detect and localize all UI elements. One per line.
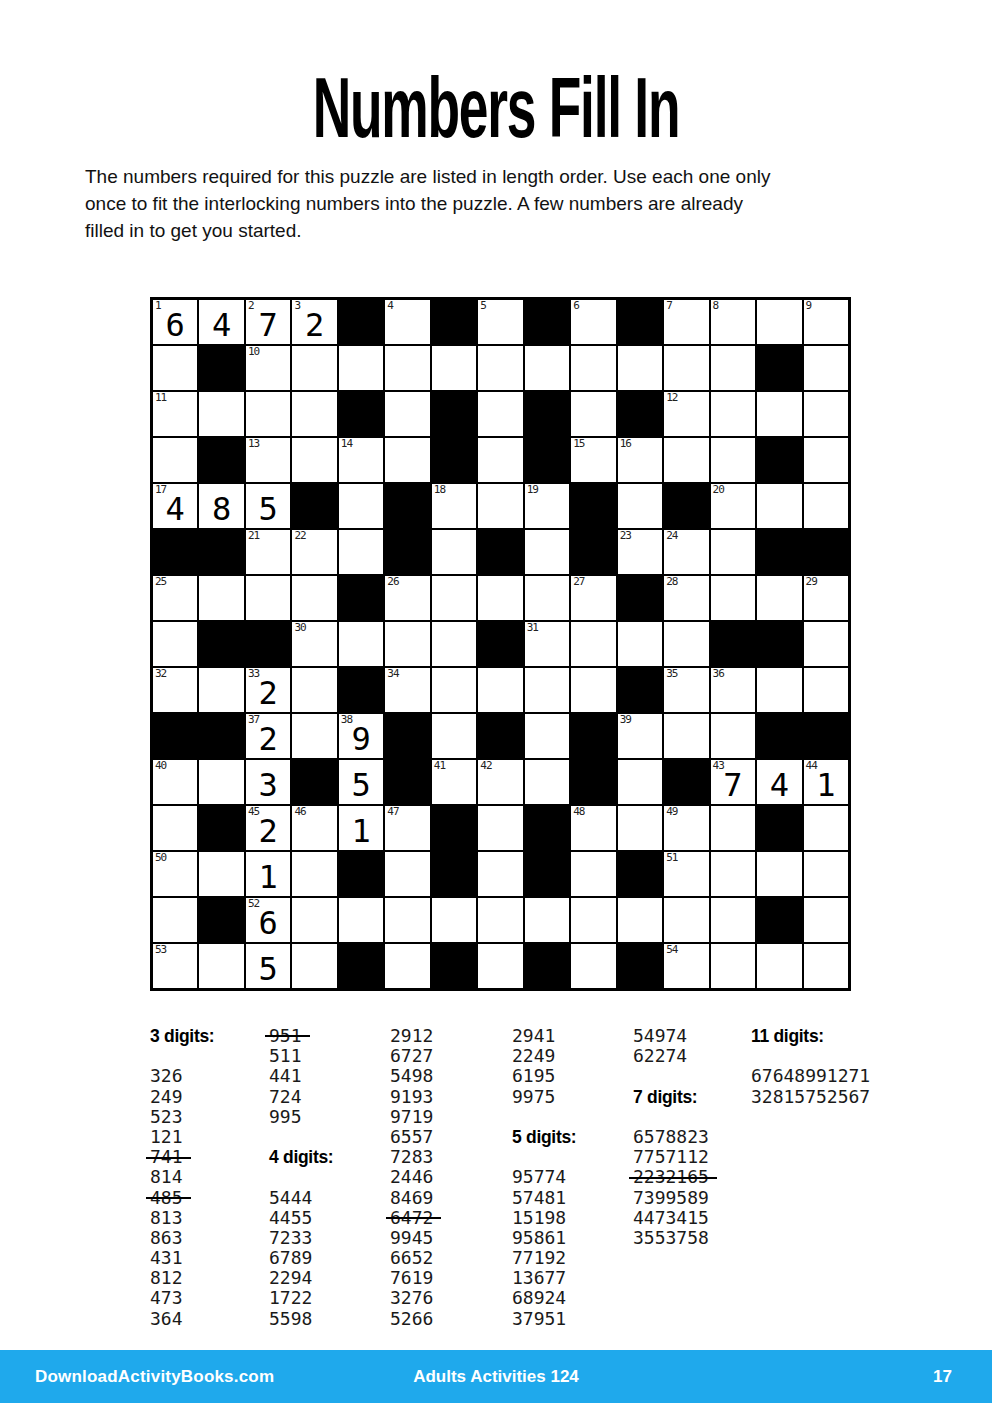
grid-cell[interactable] [571,898,615,942]
grid-cell[interactable] [153,346,197,390]
grid-cell[interactable]: 26 [385,576,429,620]
number-item: 95861 [512,1228,576,1248]
number-item: 7233 [269,1228,333,1248]
crossed-out-number: 951 [269,1026,302,1046]
blocked-cell [571,530,615,574]
grid-cell[interactable]: 35 [664,668,708,712]
list-text: 2294 [269,1268,312,1288]
grid-cell[interactable]: 20 [711,484,755,528]
grid-cell[interactable] [292,346,336,390]
blocked-cell [199,898,243,942]
grid-cell[interactable]: 50 [153,852,197,896]
list-spacer [150,1046,214,1066]
clue-number: 19 [527,484,538,496]
grid-cell[interactable]: 39 [618,714,662,758]
grid-cell[interactable]: 174 [153,484,197,528]
grid-cell[interactable] [292,392,336,436]
footer-bar: DownloadActivityBooks.com Adults Activit… [0,1350,992,1403]
blocked-cell [339,300,383,344]
grid-cell[interactable] [618,760,662,804]
grid-cell[interactable]: 332 [246,668,290,712]
grid-cell[interactable] [385,392,429,436]
grid-cell[interactable]: 29 [804,576,848,620]
list-text: 2249 [512,1046,555,1066]
crossed-out-number: 6472 [390,1208,433,1228]
grid-cell[interactable] [339,346,383,390]
grid-cell[interactable]: 1 [246,852,290,896]
grid-cell[interactable] [804,944,848,988]
grid-cell[interactable]: 14 [339,438,383,482]
blocked-cell [199,806,243,850]
list-text: 3276 [390,1288,433,1308]
blocked-cell [432,438,476,482]
grid-cell[interactable] [757,852,801,896]
grid-cell[interactable]: 441 [804,760,848,804]
blocked-cell [246,622,290,666]
number-item: 5444 [269,1188,333,1208]
grid-cell[interactable] [664,438,708,482]
grid-cell[interactable]: 48 [571,806,615,850]
grid-cell[interactable] [711,576,755,620]
grid-cell[interactable]: 6 [571,300,615,344]
grid-cell[interactable] [664,714,708,758]
grid-cell[interactable]: 21 [246,530,290,574]
grid-cell[interactable] [339,622,383,666]
grid-cell[interactable] [153,806,197,850]
grid-cell[interactable]: 19 [525,484,569,528]
grid-cell[interactable] [432,622,476,666]
grid-cell[interactable] [292,944,336,988]
grid-cell[interactable] [478,898,522,942]
blocked-cell [432,806,476,850]
grid-cell[interactable] [246,392,290,436]
list-text: 4473415 [633,1208,709,1228]
grid-cell[interactable]: 4 [385,300,429,344]
list-text: 812 [150,1268,183,1288]
grid-cell[interactable]: 15 [571,438,615,482]
grid-cell[interactable] [385,622,429,666]
list-spacer [751,1046,870,1066]
grid-cell[interactable] [664,898,708,942]
grid-cell[interactable] [571,668,615,712]
number-item: 724 [269,1087,333,1107]
list-text: 863 [150,1228,183,1248]
grid-cell[interactable]: 51 [664,852,708,896]
clue-number: 50 [155,852,166,864]
grid-cell[interactable] [339,898,383,942]
clue-number: 46 [294,806,305,818]
grid-cell[interactable]: 11 [153,392,197,436]
blocked-cell [525,852,569,896]
blocked-cell [757,530,801,574]
blocked-cell [664,760,708,804]
grid-cell[interactable]: 54 [664,944,708,988]
prefilled-digit: 5 [339,760,383,804]
grid-cell[interactable] [432,668,476,712]
clue-number: 9 [806,300,812,312]
list-spacer [512,1107,576,1127]
grid-cell[interactable] [804,668,848,712]
blocked-cell [478,622,522,666]
grid-cell[interactable] [804,898,848,942]
list-text: 95861 [512,1228,566,1248]
number-item: 8469 [390,1188,433,1208]
grid-cell[interactable] [153,622,197,666]
grid-cell[interactable] [478,806,522,850]
grid-cell[interactable]: 31 [525,622,569,666]
grid-cell[interactable] [525,530,569,574]
crossed-out-number: 2232165 [633,1167,709,1187]
grid-cell[interactable] [711,852,755,896]
list-text: 441 [269,1066,302,1086]
grid-cell[interactable] [525,760,569,804]
number-item: 863 [150,1228,214,1248]
grid-cell[interactable]: 4 [199,300,243,344]
grid-cell[interactable] [432,576,476,620]
grid-cell[interactable] [571,392,615,436]
grid-cell[interactable] [199,760,243,804]
grid-cell[interactable]: 18 [432,484,476,528]
grid-cell[interactable]: 3 [246,760,290,804]
number-item: 6578823 [633,1127,709,1147]
grid-cell[interactable] [478,484,522,528]
grid-cell[interactable]: 389 [339,714,383,758]
list-text: 67648991271 [751,1066,870,1086]
blocked-cell [339,576,383,620]
grid-cell[interactable] [292,576,336,620]
blocked-cell [292,760,336,804]
prefilled-digit: 7 [246,300,290,344]
grid-cell[interactable]: 10 [246,346,290,390]
grid-cell[interactable] [385,944,429,988]
prefilled-digit: 4 [199,300,243,344]
list-text: 511 [269,1046,302,1066]
grid-cell[interactable]: 42 [478,760,522,804]
grid-cell[interactable] [432,530,476,574]
clue-number: 6 [573,300,579,312]
grid-cell[interactable] [199,852,243,896]
blocked-cell [339,392,383,436]
grid-cell[interactable]: 23 [618,530,662,574]
clue-number: 34 [387,668,398,680]
prefilled-digit: 8 [199,484,243,528]
number-item: 9193 [390,1087,433,1107]
grid-cell[interactable] [757,576,801,620]
grid-cell[interactable] [757,300,801,344]
clue-number: 51 [666,852,677,864]
grid-cell[interactable] [711,392,755,436]
grid-cell[interactable] [339,484,383,528]
crossed-out-number: 485 [150,1188,183,1208]
clue-number: 5 [480,300,486,312]
grid-cell[interactable] [478,392,522,436]
grid-cell[interactable]: 437 [711,760,755,804]
grid-cell[interactable]: 36 [711,668,755,712]
grid-cell[interactable]: 28 [664,576,708,620]
blocked-cell [385,484,429,528]
grid-cell[interactable] [525,898,569,942]
grid-cell[interactable]: 8 [711,300,755,344]
grid-cell[interactable]: 53 [153,944,197,988]
number-item: 813 [150,1208,214,1228]
grid-cell[interactable] [757,944,801,988]
grid-cell[interactable] [199,392,243,436]
list-text: 9945 [390,1228,433,1248]
list-text: 5444 [269,1188,312,1208]
grid-cell[interactable] [664,346,708,390]
crossed-out-number: 741 [150,1147,183,1167]
list-heading: 3 digits: [150,1026,214,1046]
grid-cell[interactable] [664,622,708,666]
clue-number: 7 [666,300,672,312]
grid-cell[interactable] [478,438,522,482]
grid-cell[interactable] [199,576,243,620]
list-text: 95774 [512,1167,566,1187]
blocked-cell [525,392,569,436]
list-text: 1722 [269,1288,312,1308]
grid-cell[interactable]: 372 [246,714,290,758]
grid-cell[interactable] [478,576,522,620]
grid-cell[interactable]: 13 [246,438,290,482]
grid-cell[interactable] [711,346,755,390]
grid-cell[interactable] [292,898,336,942]
grid-cell[interactable] [432,898,476,942]
grid-cell[interactable] [757,484,801,528]
grid-cell[interactable] [385,438,429,482]
list-text: 7 digits: [633,1087,697,1107]
instructions-line: filled in to get you started. [85,217,925,244]
grid-cell[interactable] [571,852,615,896]
grid-cell[interactable] [804,852,848,896]
list-text: 3 digits: [150,1026,214,1046]
grid-cell[interactable]: 34 [385,668,429,712]
list-text: 6195 [512,1066,555,1086]
number-list-column: 54974622747 digits:657882377571122232165… [633,1026,709,1248]
grid-cell[interactable] [711,806,755,850]
grid-cell[interactable] [711,530,755,574]
blocked-cell [199,714,243,758]
number-item: 441 [269,1066,333,1086]
number-list-column: 9515114417249954 digits:5444445572336789… [269,1026,333,1329]
number-item: 2232165 [633,1167,709,1187]
grid-cell[interactable] [804,438,848,482]
blocked-cell [757,898,801,942]
grid-cell[interactable]: 24 [664,530,708,574]
grid-cell[interactable] [153,898,197,942]
list-heading: 4 digits: [269,1147,333,1167]
grid-cell[interactable] [618,622,662,666]
footer-book-title: Adults Activities 124 [0,1350,992,1403]
grid-cell[interactable] [804,484,848,528]
prefilled-digit: 2 [246,806,290,850]
grid-cell[interactable] [478,346,522,390]
grid-cell[interactable]: 40 [153,760,197,804]
grid-cell[interactable] [292,668,336,712]
grid-cell[interactable]: 7 [664,300,708,344]
blocked-cell [478,530,522,574]
grid-cell[interactable]: 5 [246,484,290,528]
grid-cell[interactable] [385,346,429,390]
list-text: 77192 [512,1248,566,1268]
grid-cell[interactable] [571,622,615,666]
list-text: 54974 [633,1026,687,1046]
blocked-cell [432,300,476,344]
grid-cell[interactable]: 49 [664,806,708,850]
grid-cell[interactable]: 5 [246,944,290,988]
number-item: 2912 [390,1026,433,1046]
grid-cell[interactable]: 27 [571,576,615,620]
grid-cell[interactable]: 526 [246,898,290,942]
clue-number: 32 [155,668,166,680]
grid-cell[interactable]: 5 [339,760,383,804]
grid-cell[interactable]: 8 [199,484,243,528]
grid-cell[interactable] [292,438,336,482]
grid-cell[interactable] [571,944,615,988]
clue-number: 39 [620,714,631,726]
blocked-cell [804,530,848,574]
list-text: 813 [150,1208,183,1228]
list-text: 9975 [512,1087,555,1107]
grid-cell[interactable] [618,346,662,390]
number-item: 741 [150,1147,214,1167]
number-item: 6472 [390,1208,433,1228]
number-item: 951 [269,1026,333,1046]
number-item: 326 [150,1066,214,1086]
grid-cell[interactable] [478,944,522,988]
list-text: 57481 [512,1188,566,1208]
list-text: 431 [150,1248,183,1268]
number-item: 431 [150,1248,214,1268]
number-item: 9945 [390,1228,433,1248]
grid-cell[interactable] [711,714,755,758]
grid-cell[interactable] [432,714,476,758]
number-list-column: 11 digits:6764899127132815752567 [751,1026,870,1107]
prefilled-digit: 2 [246,668,290,712]
grid-cell[interactable] [618,484,662,528]
grid-cell[interactable] [199,944,243,988]
clue-number: 54 [666,944,677,956]
list-text: 9719 [390,1107,433,1127]
clue-number: 21 [248,530,259,542]
list-text: 4455 [269,1208,312,1228]
grid-cell[interactable] [618,898,662,942]
number-item: 7619 [390,1268,433,1288]
grid-cell[interactable] [804,622,848,666]
grid-cell[interactable] [525,668,569,712]
grid-cell[interactable] [385,898,429,942]
grid-cell[interactable] [571,346,615,390]
number-item: 3276 [390,1288,433,1308]
blocked-cell [199,530,243,574]
grid-cell[interactable] [757,392,801,436]
grid-cell[interactable]: 32 [153,668,197,712]
clue-number: 36 [713,668,724,680]
grid-cell[interactable]: 32 [292,300,336,344]
grid-cell[interactable]: 1 [339,806,383,850]
grid-cell[interactable] [711,438,755,482]
number-item: 6195 [512,1066,576,1086]
grid-cell[interactable] [804,346,848,390]
blocked-cell [571,714,615,758]
grid-cell[interactable]: 25 [153,576,197,620]
list-text: 68924 [512,1288,566,1308]
grid-cell[interactable]: 30 [292,622,336,666]
grid-cell[interactable]: 4 [757,760,801,804]
blocked-cell [571,484,615,528]
grid-cell[interactable]: 16 [618,438,662,482]
grid-cell[interactable] [525,576,569,620]
grid-cell[interactable]: 5 [478,300,522,344]
clue-number: 29 [806,576,817,588]
grid-cell[interactable] [339,530,383,574]
grid-cell[interactable]: 46 [292,806,336,850]
grid-cell[interactable] [478,668,522,712]
grid-cell[interactable] [385,852,429,896]
list-spacer [633,1066,709,1086]
number-item: 67648991271 [751,1066,870,1086]
prefilled-digit: 4 [757,760,801,804]
grid-cell[interactable] [525,714,569,758]
grid-cell[interactable] [804,806,848,850]
list-text: 5266 [390,1309,433,1329]
list-text: 4 digits: [269,1147,333,1167]
list-text: 5598 [269,1309,312,1329]
grid-cell[interactable] [153,438,197,482]
grid-cell[interactable] [618,806,662,850]
prefilled-digit: 4 [153,484,197,528]
blocked-cell [432,944,476,988]
grid-cell[interactable]: 41 [432,760,476,804]
clue-number: 40 [155,760,166,772]
grid-cell[interactable]: 22 [292,530,336,574]
list-text: 724 [269,1087,302,1107]
blocked-cell [525,944,569,988]
blocked-cell [339,668,383,712]
number-item: 6652 [390,1248,433,1268]
grid-cell[interactable] [292,714,336,758]
grid-cell[interactable]: 452 [246,806,290,850]
grid-cell[interactable]: 27 [246,300,290,344]
grid-cell[interactable]: 12 [664,392,708,436]
grid-cell[interactable] [711,898,755,942]
grid-cell[interactable]: 16 [153,300,197,344]
list-text: 6578823 [633,1127,709,1147]
blocked-cell [153,530,197,574]
list-heading: 11 digits: [751,1026,870,1046]
prefilled-digit: 5 [246,484,290,528]
grid-cell[interactable] [711,944,755,988]
page: Numbers Fill In The numbers required for… [0,0,992,1403]
grid-cell[interactable] [432,346,476,390]
instructions: The numbers required for this puzzle are… [85,163,925,244]
grid-cell[interactable] [246,576,290,620]
grid-cell[interactable] [804,392,848,436]
grid-cell[interactable]: 47 [385,806,429,850]
number-item: 485 [150,1188,214,1208]
grid-cell[interactable] [478,852,522,896]
grid-cell[interactable] [757,668,801,712]
list-text: 13677 [512,1268,566,1288]
grid-cell[interactable]: 9 [804,300,848,344]
number-list-column: 29412249619599755 digits:957745748115198… [512,1026,576,1329]
grid-cell[interactable] [199,668,243,712]
list-text: 9193 [390,1087,433,1107]
grid-cell[interactable] [292,852,336,896]
blocked-cell [571,760,615,804]
number-item: 77192 [512,1248,576,1268]
number-list-column: 2912672754989193971965577283244684696472… [390,1026,433,1329]
grid-cell[interactable] [525,346,569,390]
